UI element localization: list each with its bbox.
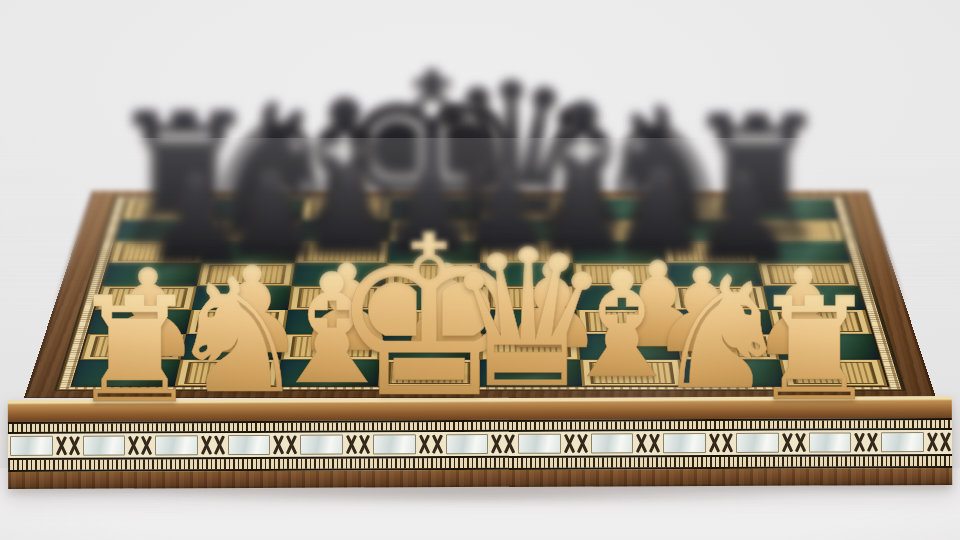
white-rook-a1: ♜ xyxy=(62,277,208,423)
white-pawn-h2: ♟ xyxy=(743,253,863,373)
piece-shadow-c1 xyxy=(290,365,374,378)
black-queen-e8: ♛ xyxy=(409,57,614,262)
piece-shadow-a8 xyxy=(135,221,233,236)
piece-shadow-h8 xyxy=(710,219,805,234)
black-pawn-h7: ♟ xyxy=(680,155,805,280)
piece-shadow-g1 xyxy=(679,369,764,382)
white-king-d1: ♚ xyxy=(318,206,540,428)
white-pawn-f2: ♟ xyxy=(599,246,717,364)
black-pawn-e7: ♟ xyxy=(447,153,565,271)
chess-pieces: ♜♞♝♚♛♝♞♜♟♟♟♟♟♟♟♟♟♟♟♟♟♟♟♟♜♞♝♚♛♝♞♜ xyxy=(0,0,960,540)
black-rook-h8: ♜ xyxy=(671,94,843,266)
piece-shadow-b1 xyxy=(194,372,281,385)
black-king-d8: ♚ xyxy=(320,44,545,269)
white-pawn-e2: ♟ xyxy=(493,247,611,365)
white-knight-b1: ♞ xyxy=(158,257,316,415)
white-rook-h1: ♜ xyxy=(743,278,886,421)
piece-shadow-d8 xyxy=(370,208,494,227)
white-pawn-d2: ♟ xyxy=(388,249,506,367)
white-bishop-f1: ♝ xyxy=(549,252,696,399)
black-pawn-g7: ♟ xyxy=(599,153,719,273)
black-bishop-c8: ♝ xyxy=(253,77,438,262)
black-pawn-b7: ♟ xyxy=(212,156,332,276)
black-pawn-d7: ♟ xyxy=(370,154,488,272)
piece-shadow-f8 xyxy=(536,207,631,222)
white-queen-e1: ♛ xyxy=(433,225,623,415)
chess-photo-scene: ♜♞♝♚♛♝♞♜♟♟♟♟♟♟♟♟♟♟♟♟♟♟♟♟♜♞♝♚♛♝♞♜ xyxy=(0,0,960,540)
white-pawn-c2: ♟ xyxy=(287,249,407,369)
black-rook-a8: ♜ xyxy=(95,91,273,269)
black-bishop-f8: ♝ xyxy=(497,82,669,254)
white-knight-g1: ♞ xyxy=(645,256,800,411)
black-pawn-f7: ♟ xyxy=(523,153,641,271)
black-knight-g8: ♞ xyxy=(579,85,751,257)
piece-shadow-e8 xyxy=(455,207,568,224)
black-pawn-a7: ♟ xyxy=(134,157,259,282)
piece-shadow-d1 xyxy=(368,368,490,387)
white-pawn-g2: ♟ xyxy=(644,253,760,369)
piece-shadow-f1 xyxy=(582,360,663,372)
piece-shadow-h1 xyxy=(775,383,854,395)
piece-shadow-a1 xyxy=(95,384,175,396)
piece-shadow-e1 xyxy=(476,363,581,379)
black-knight-b8: ♞ xyxy=(174,80,359,265)
white-pawn-a2: ♟ xyxy=(87,253,209,375)
black-pawn-c7: ♟ xyxy=(289,153,409,273)
piece-shadow-g8 xyxy=(618,210,713,225)
piece-shadow-b8 xyxy=(215,215,317,231)
white-pawn-b2: ♟ xyxy=(192,251,312,371)
white-bishop-c1: ♝ xyxy=(256,254,408,406)
piece-shadow-c8 xyxy=(294,212,396,228)
